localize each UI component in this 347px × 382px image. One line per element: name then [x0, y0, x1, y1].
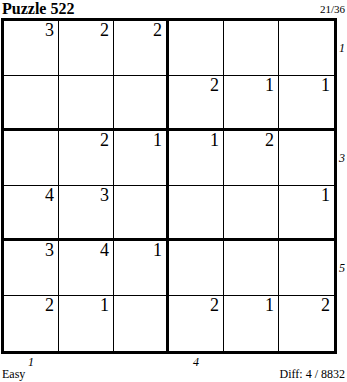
cell-r1c1[interactable]: 3: [4, 21, 59, 76]
cell-r6c5[interactable]: 1: [224, 296, 279, 351]
cell-r4c5[interactable]: [224, 186, 279, 241]
given-number: 4: [45, 186, 54, 205]
given-number: 2: [100, 21, 109, 40]
given-number: 2: [265, 131, 274, 150]
difficulty-label: Easy: [2, 367, 25, 382]
cell-r4c2[interactable]: 3: [59, 186, 114, 241]
cell-r1c3[interactable]: 2: [114, 21, 169, 76]
given-number: 2: [45, 296, 54, 315]
cell-r1c6[interactable]: [279, 21, 334, 76]
given-number: 3: [45, 21, 54, 40]
given-number: 1: [321, 186, 330, 205]
given-number: 4: [100, 241, 109, 260]
given-number: 2: [210, 76, 219, 95]
cell-r2c2[interactable]: [59, 76, 114, 131]
cell-r2c1[interactable]: [4, 76, 59, 131]
cell-r6c4[interactable]: 2: [169, 296, 224, 351]
row-label-5: 5: [339, 261, 347, 275]
cell-r3c1[interactable]: [4, 131, 59, 186]
given-number: 1: [265, 76, 274, 95]
row-label-1: 1: [339, 41, 347, 55]
cell-r4c3[interactable]: [114, 186, 169, 241]
cell-r3c4[interactable]: 1: [169, 131, 224, 186]
cell-r3c6[interactable]: [279, 131, 334, 186]
puzzle-page: Puzzle 522 21/36 322211211243134121212 1…: [0, 0, 347, 382]
cell-r5c5[interactable]: [224, 241, 279, 296]
cell-r5c1[interactable]: 3: [4, 241, 59, 296]
cell-r3c5[interactable]: 2: [224, 131, 279, 186]
given-number: 1: [153, 131, 162, 150]
cell-r4c1[interactable]: 4: [4, 186, 59, 241]
cell-r5c4[interactable]: [169, 241, 224, 296]
given-number: 2: [153, 21, 162, 40]
given-number: 2: [210, 296, 219, 315]
cell-r6c2[interactable]: 1: [59, 296, 114, 351]
cell-r5c3[interactable]: 1: [114, 241, 169, 296]
cell-r2c3[interactable]: [114, 76, 169, 131]
given-number: 3: [45, 241, 54, 260]
given-number: 2: [100, 131, 109, 150]
given-number: 3: [100, 186, 109, 205]
given-number: 1: [100, 296, 109, 315]
cell-r4c4[interactable]: [169, 186, 224, 241]
cell-r1c4[interactable]: [169, 21, 224, 76]
given-number: 1: [210, 131, 219, 150]
given-number: 1: [153, 241, 162, 260]
given-number: 2: [321, 296, 330, 315]
cell-r3c3[interactable]: 1: [114, 131, 169, 186]
cell-r4c6[interactable]: 1: [279, 186, 334, 241]
col-label-1: 1: [26, 355, 36, 369]
row-label-3: 3: [339, 151, 347, 165]
cell-r6c6[interactable]: 2: [279, 296, 334, 351]
cell-r6c1[interactable]: 2: [4, 296, 59, 351]
cell-r6c3[interactable]: [114, 296, 169, 351]
cell-r2c6[interactable]: 1: [279, 76, 334, 131]
cell-r1c2[interactable]: 2: [59, 21, 114, 76]
puzzle-board: 322211211243134121212: [1, 18, 337, 354]
cell-r5c2[interactable]: 4: [59, 241, 114, 296]
givens-counter: 21/36: [320, 3, 345, 15]
col-label-4: 4: [191, 355, 201, 369]
given-number: 1: [321, 76, 330, 95]
cell-r1c5[interactable]: [224, 21, 279, 76]
given-number: 1: [265, 296, 274, 315]
cell-r2c5[interactable]: 1: [224, 76, 279, 131]
difficulty-stat: Diff: 4 / 8832: [280, 367, 345, 382]
cell-r3c2[interactable]: 2: [59, 131, 114, 186]
cell-r2c4[interactable]: 2: [169, 76, 224, 131]
cell-r5c6[interactable]: [279, 241, 334, 296]
page-title: Puzzle 522: [2, 0, 74, 18]
